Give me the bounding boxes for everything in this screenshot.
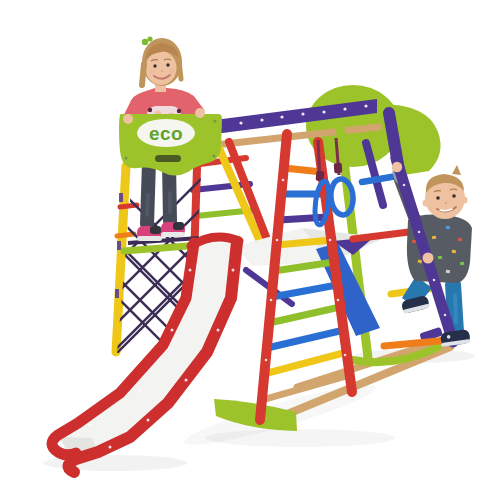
product-photo: eco (0, 0, 500, 500)
eco-logo-text: eco (149, 123, 183, 144)
